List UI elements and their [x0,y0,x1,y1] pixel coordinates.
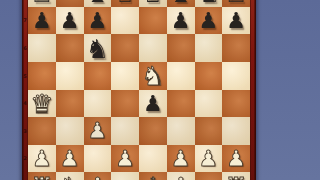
white-pawn-piece: ♟ [115,148,135,170]
square-e3[interactable] [139,117,167,145]
square-b1[interactable]: ♞ [56,172,84,180]
square-g7[interactable]: ♟ [195,7,223,35]
square-b2[interactable]: ♟ [56,145,84,173]
black-rook-piece: ♜ [224,0,247,6]
black-bishop-piece: ♝ [169,0,192,6]
square-b7[interactable]: ♟ [56,7,84,35]
square-h1[interactable]: ♜ [222,172,250,180]
black-queen-piece: ♛ [113,0,136,6]
square-c3[interactable]: ♟ [84,117,112,145]
square-b8[interactable] [56,0,84,7]
square-f2[interactable]: ♟ [167,145,195,173]
square-e8[interactable]: ♚ [139,0,167,7]
square-a2[interactable]: ♟ [28,145,56,173]
square-b3[interactable] [56,117,84,145]
square-f1[interactable]: ♝ [167,172,195,180]
square-d1[interactable] [111,172,139,180]
black-rook-piece: ♜ [30,0,53,6]
square-f3[interactable] [167,117,195,145]
square-g5[interactable] [195,62,223,90]
square-c1[interactable]: ♝ [84,172,112,180]
square-h5[interactable] [222,62,250,90]
square-g4[interactable] [195,90,223,118]
square-f4[interactable] [167,90,195,118]
square-b6[interactable] [56,34,84,62]
square-h2[interactable]: ♟ [222,145,250,173]
black-king-piece: ♚ [141,0,164,6]
chess-board: ♜♝♛♚♝♞♜♟♟♟♟♟♟♞♞♛♟♟♟♟♟♟♟♟♜♞♝♚♝♜ 87654321 [22,0,256,180]
white-bishop-piece: ♝ [169,174,192,180]
board-grid: ♜♝♛♚♝♞♜♟♟♟♟♟♟♞♞♛♟♟♟♟♟♟♟♟♜♞♝♚♝♜ [28,0,250,180]
square-a3[interactable] [28,117,56,145]
square-f5[interactable] [167,62,195,90]
square-f8[interactable]: ♝ [167,0,195,7]
square-d6[interactable] [111,34,139,62]
square-a5[interactable] [28,62,56,90]
white-pawn-piece: ♟ [199,148,219,170]
black-pawn-piece: ♟ [199,10,219,32]
black-pawn-piece: ♟ [171,10,191,32]
square-c7[interactable]: ♟ [84,7,112,35]
white-pawn-piece: ♟ [226,148,246,170]
square-a8[interactable]: ♜ [28,0,56,7]
black-knight-piece: ♞ [197,0,220,6]
black-pawn-piece: ♟ [226,10,246,32]
white-rook-piece: ♜ [224,174,247,180]
square-d2[interactable]: ♟ [111,145,139,173]
white-pawn-piece: ♟ [171,148,191,170]
square-g2[interactable]: ♟ [195,145,223,173]
black-bishop-piece: ♝ [86,0,109,6]
white-knight-piece: ♞ [58,174,81,180]
square-h8[interactable]: ♜ [222,0,250,7]
square-e7[interactable] [139,7,167,35]
square-c6[interactable]: ♞ [84,34,112,62]
square-c5[interactable] [84,62,112,90]
square-b4[interactable] [56,90,84,118]
square-e4[interactable]: ♟ [139,90,167,118]
square-h7[interactable]: ♟ [222,7,250,35]
square-f6[interactable] [167,34,195,62]
square-f7[interactable]: ♟ [167,7,195,35]
white-bishop-piece: ♝ [86,174,109,180]
square-c4[interactable] [84,90,112,118]
white-rook-piece: ♜ [30,174,53,180]
black-knight-piece: ♞ [86,36,109,62]
white-king-piece: ♚ [141,174,164,180]
square-g6[interactable] [195,34,223,62]
square-b5[interactable] [56,62,84,90]
square-a6[interactable] [28,34,56,62]
square-d7[interactable] [111,7,139,35]
square-d8[interactable]: ♛ [111,0,139,7]
square-e5[interactable]: ♞ [139,62,167,90]
black-pawn-piece: ♟ [143,93,163,115]
white-pawn-piece: ♟ [60,148,80,170]
square-e1[interactable]: ♚ [139,172,167,180]
white-queen-piece: ♛ [30,91,53,117]
square-g1[interactable] [195,172,223,180]
square-c2[interactable] [84,145,112,173]
black-pawn-piece: ♟ [32,10,52,32]
white-knight-piece: ♞ [141,63,164,89]
square-d4[interactable] [111,90,139,118]
square-h6[interactable] [222,34,250,62]
video-frame: ♜♝♛♚♝♞♜♟♟♟♟♟♟♞♞♛♟♟♟♟♟♟♟♟♜♞♝♚♝♜ 87654321 [0,0,320,180]
square-g8[interactable]: ♞ [195,0,223,7]
white-pawn-piece: ♟ [88,120,108,142]
square-g3[interactable] [195,117,223,145]
square-h3[interactable] [222,117,250,145]
square-d5[interactable] [111,62,139,90]
white-pawn-piece: ♟ [32,148,52,170]
square-c8[interactable]: ♝ [84,0,112,7]
square-a7[interactable]: ♟ [28,7,56,35]
square-e2[interactable] [139,145,167,173]
black-pawn-piece: ♟ [60,10,80,32]
square-d3[interactable] [111,117,139,145]
square-a1[interactable]: ♜ [28,172,56,180]
square-e6[interactable] [139,34,167,62]
black-pawn-piece: ♟ [88,10,108,32]
square-a4[interactable]: ♛ [28,90,56,118]
square-h4[interactable] [222,90,250,118]
